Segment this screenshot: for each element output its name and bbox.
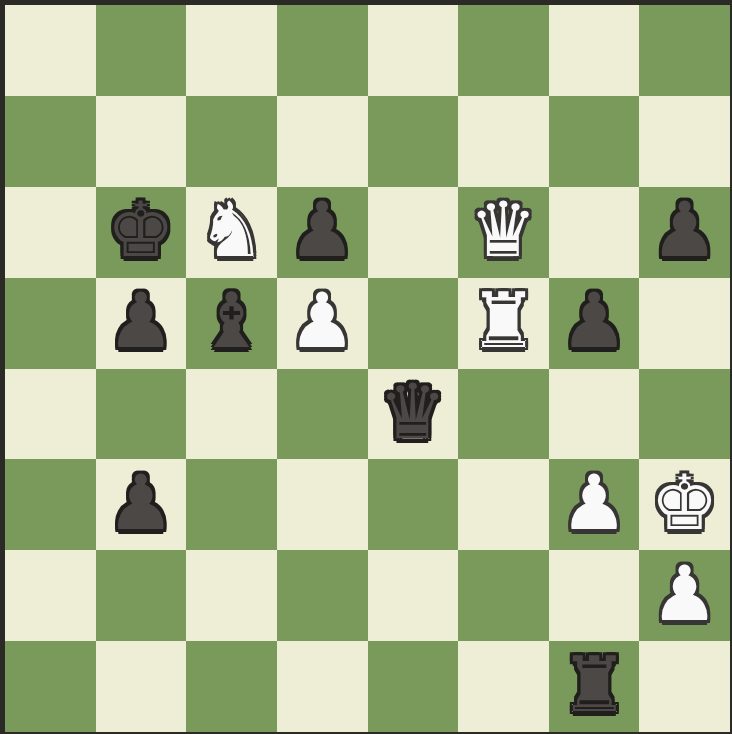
square-f5[interactable]: ♜ — [458, 278, 549, 369]
square-e7[interactable] — [368, 96, 459, 187]
square-f2[interactable] — [458, 550, 549, 641]
square-d3[interactable] — [277, 459, 368, 550]
square-g1[interactable]: ♜ — [549, 641, 640, 732]
square-a7[interactable] — [5, 96, 96, 187]
square-a2[interactable] — [5, 550, 96, 641]
square-f6[interactable]: ♛ — [458, 187, 549, 278]
square-g2[interactable] — [549, 550, 640, 641]
square-a1[interactable] — [5, 641, 96, 732]
square-f7[interactable] — [458, 96, 549, 187]
square-f8[interactable] — [458, 5, 549, 96]
black-pawn[interactable]: ♟ — [560, 283, 628, 359]
black-pawn[interactable]: ♟ — [288, 192, 356, 268]
square-g8[interactable] — [549, 5, 640, 96]
square-g7[interactable] — [549, 96, 640, 187]
square-g4[interactable] — [549, 369, 640, 460]
square-d8[interactable] — [277, 5, 368, 96]
square-d7[interactable] — [277, 96, 368, 187]
square-h3[interactable]: ♚ — [639, 459, 730, 550]
white-pawn[interactable]: ♟ — [651, 556, 719, 632]
white-rook[interactable]: ♜ — [469, 283, 537, 359]
square-c6[interactable]: ♞ — [186, 187, 277, 278]
square-b7[interactable] — [96, 96, 187, 187]
square-g3[interactable]: ♟ — [549, 459, 640, 550]
square-a5[interactable] — [5, 278, 96, 369]
square-g5[interactable]: ♟ — [549, 278, 640, 369]
square-b4[interactable] — [96, 369, 187, 460]
square-e5[interactable] — [368, 278, 459, 369]
square-f4[interactable] — [458, 369, 549, 460]
square-f1[interactable] — [458, 641, 549, 732]
square-c1[interactable] — [186, 641, 277, 732]
square-d4[interactable] — [277, 369, 368, 460]
square-b1[interactable] — [96, 641, 187, 732]
square-b5[interactable]: ♟ — [96, 278, 187, 369]
black-pawn[interactable]: ♟ — [107, 465, 175, 541]
square-b2[interactable] — [96, 550, 187, 641]
square-f3[interactable] — [458, 459, 549, 550]
square-h7[interactable] — [639, 96, 730, 187]
square-h4[interactable] — [639, 369, 730, 460]
black-pawn[interactable]: ♟ — [651, 192, 719, 268]
black-bishop[interactable]: ♝ — [197, 283, 265, 359]
square-d1[interactable] — [277, 641, 368, 732]
square-c5[interactable]: ♝ — [186, 278, 277, 369]
square-h5[interactable] — [639, 278, 730, 369]
square-e2[interactable] — [368, 550, 459, 641]
board-frame: ♚♞♟♛♟♟♝♟♜♟♛♟♟♚♟♜ — [0, 0, 732, 734]
square-d5[interactable]: ♟ — [277, 278, 368, 369]
square-b6[interactable]: ♚ — [96, 187, 187, 278]
square-a6[interactable] — [5, 187, 96, 278]
black-pawn[interactable]: ♟ — [107, 283, 175, 359]
square-b3[interactable]: ♟ — [96, 459, 187, 550]
square-a4[interactable] — [5, 369, 96, 460]
square-h1[interactable] — [639, 641, 730, 732]
square-c8[interactable] — [186, 5, 277, 96]
white-queen[interactable]: ♛ — [469, 192, 537, 268]
black-queen[interactable]: ♛ — [379, 374, 447, 450]
square-h2[interactable]: ♟ — [639, 550, 730, 641]
square-g6[interactable] — [549, 187, 640, 278]
square-e3[interactable] — [368, 459, 459, 550]
white-pawn[interactable]: ♟ — [288, 283, 356, 359]
white-king[interactable]: ♚ — [651, 465, 719, 541]
square-h6[interactable]: ♟ — [639, 187, 730, 278]
black-rook[interactable]: ♜ — [560, 647, 628, 723]
square-c3[interactable] — [186, 459, 277, 550]
square-c2[interactable] — [186, 550, 277, 641]
square-c4[interactable] — [186, 369, 277, 460]
chess-board: ♚♞♟♛♟♟♝♟♜♟♛♟♟♚♟♜ — [5, 5, 730, 732]
square-e4[interactable]: ♛ — [368, 369, 459, 460]
square-h8[interactable] — [639, 5, 730, 96]
black-king[interactable]: ♚ — [107, 192, 175, 268]
square-a8[interactable] — [5, 5, 96, 96]
square-c7[interactable] — [186, 96, 277, 187]
square-e8[interactable] — [368, 5, 459, 96]
white-pawn[interactable]: ♟ — [560, 465, 628, 541]
square-e6[interactable] — [368, 187, 459, 278]
square-a3[interactable] — [5, 459, 96, 550]
white-knight[interactable]: ♞ — [197, 192, 265, 268]
square-d2[interactable] — [277, 550, 368, 641]
square-e1[interactable] — [368, 641, 459, 732]
square-d6[interactable]: ♟ — [277, 187, 368, 278]
square-b8[interactable] — [96, 5, 187, 96]
